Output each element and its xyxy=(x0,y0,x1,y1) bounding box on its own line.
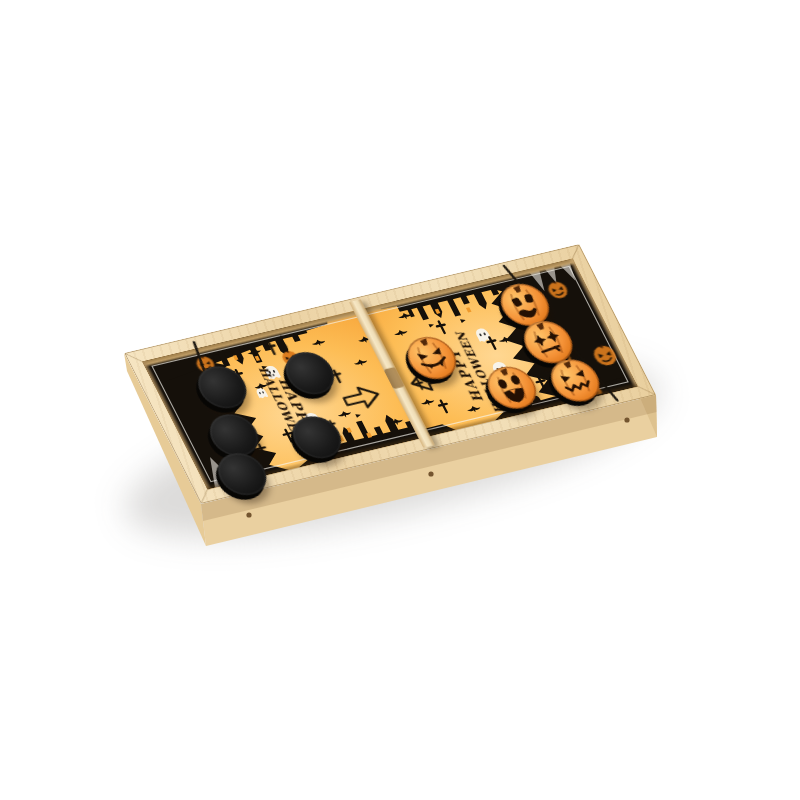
product-photo-halloween-sling-puck: HAPPY HALLOWEEN HAPPY HALLOWEEN xyxy=(0,0,800,800)
screw-hole xyxy=(246,512,251,517)
screw-hole xyxy=(624,417,629,422)
screw-hole xyxy=(428,471,433,476)
